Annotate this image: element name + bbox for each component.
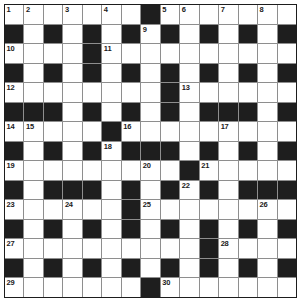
cell-r14c0[interactable]: 29 (5, 278, 23, 297)
cell-r4c14[interactable] (278, 83, 296, 102)
black-cell-r9c13 (258, 181, 276, 200)
black-cell-r7c2 (44, 142, 62, 161)
cell-r4c3[interactable] (63, 83, 81, 102)
cell-r8c1[interactable] (24, 161, 42, 180)
cell-r4c0[interactable]: 12 (5, 83, 23, 102)
cell-r5c9[interactable] (180, 103, 198, 122)
cell-r11c11[interactable] (219, 220, 237, 239)
cell-r6c14[interactable] (278, 122, 296, 141)
cell-r0c10[interactable] (200, 5, 218, 24)
cell-r3c3[interactable] (63, 64, 81, 83)
black-cell-r9c10 (200, 181, 218, 200)
clue-number-21: 21 (201, 161, 209, 170)
black-cell-r7c4 (83, 142, 101, 161)
cell-r2c5[interactable]: 11 (102, 44, 120, 63)
black-cell-r3c14 (278, 64, 296, 83)
cell-r7c3[interactable] (63, 142, 81, 161)
black-cell-r13c12 (239, 259, 257, 278)
cell-r4c7[interactable] (141, 83, 159, 102)
cell-r14c6[interactable] (122, 278, 140, 297)
cell-r12c6[interactable] (122, 239, 140, 258)
cell-r13c9[interactable] (180, 259, 198, 278)
clue-number-7: 7 (221, 5, 225, 14)
cell-r14c11[interactable] (219, 278, 237, 297)
black-cell-r6c5 (102, 122, 120, 141)
cell-r3c11[interactable] (219, 64, 237, 83)
black-cell-r11c10 (200, 220, 218, 239)
cell-r13c3[interactable] (63, 259, 81, 278)
clue-number-14: 14 (7, 122, 15, 131)
black-cell-r7c8 (161, 142, 179, 161)
clue-number-11: 11 (104, 44, 112, 53)
cell-r14c2[interactable] (44, 278, 62, 297)
black-cell-r5c11 (219, 103, 237, 122)
cell-r1c1[interactable] (24, 25, 42, 44)
cell-r1c11[interactable] (219, 25, 237, 44)
black-cell-r4c8 (161, 83, 179, 102)
cell-r11c5[interactable] (102, 220, 120, 239)
cell-r2c10[interactable] (200, 44, 218, 63)
black-cell-r3c10 (200, 64, 218, 83)
black-cell-r11c8 (161, 220, 179, 239)
black-cell-r3c12 (239, 64, 257, 83)
cell-r11c1[interactable] (24, 220, 42, 239)
black-cell-r7c10 (200, 142, 218, 161)
cell-r14c8[interactable]: 30 (161, 278, 179, 297)
cell-r7c9[interactable] (180, 142, 198, 161)
cell-r10c7[interactable]: 25 (141, 200, 159, 219)
cell-r2c1[interactable] (24, 44, 42, 63)
black-cell-r9c0 (5, 181, 23, 200)
cell-r13c7[interactable] (141, 259, 159, 278)
black-cell-r5c12 (239, 103, 257, 122)
black-cell-r11c0 (5, 220, 23, 239)
cell-r13c11[interactable] (219, 259, 237, 278)
black-cell-r12c10 (200, 239, 218, 258)
black-cell-r1c8 (161, 25, 179, 44)
black-cell-r7c14 (278, 142, 296, 161)
cell-r14c10[interactable] (200, 278, 218, 297)
cell-r13c1[interactable] (24, 259, 42, 278)
cell-r12c3[interactable] (63, 239, 81, 258)
cell-r3c5[interactable] (102, 64, 120, 83)
black-cell-r5c10 (200, 103, 218, 122)
clue-number-29: 29 (7, 278, 15, 287)
cell-r1c3[interactable] (63, 25, 81, 44)
black-cell-r11c6 (122, 220, 140, 239)
cell-r2c13[interactable] (258, 44, 276, 63)
black-cell-r9c8 (161, 181, 179, 200)
black-cell-r1c6 (122, 25, 140, 44)
cell-r3c7[interactable] (141, 64, 159, 83)
cell-r2c11[interactable] (219, 44, 237, 63)
black-cell-r13c8 (161, 259, 179, 278)
cell-r0c13[interactable]: 8 (258, 5, 276, 24)
cell-r3c13[interactable] (258, 64, 276, 83)
cell-r4c4[interactable] (83, 83, 101, 102)
cell-r10c13[interactable]: 26 (258, 200, 276, 219)
cell-r2c14[interactable] (278, 44, 296, 63)
cell-r4c10[interactable] (200, 83, 218, 102)
clue-number-1: 1 (7, 5, 11, 14)
clue-number-26: 26 (260, 200, 268, 209)
black-cell-r13c4 (83, 259, 101, 278)
cell-r4c6[interactable] (122, 83, 140, 102)
black-cell-r7c0 (5, 142, 23, 161)
cell-r4c1[interactable] (24, 83, 42, 102)
black-cell-r5c4 (83, 103, 101, 122)
cell-r0c8[interactable]: 5 (161, 5, 179, 24)
black-cell-r7c6 (122, 142, 140, 161)
black-cell-r11c2 (44, 220, 62, 239)
cell-r8c3[interactable] (63, 161, 81, 180)
black-cell-r11c4 (83, 220, 101, 239)
clue-number-20: 20 (143, 161, 151, 170)
black-cell-r5c2 (44, 103, 62, 122)
cell-r12c4[interactable] (83, 239, 101, 258)
cell-r4c2[interactable] (44, 83, 62, 102)
cell-r6c4[interactable] (83, 122, 101, 141)
cell-r12c14[interactable] (278, 239, 296, 258)
black-cell-r13c10 (200, 259, 218, 278)
cell-r8c2[interactable] (44, 161, 62, 180)
cell-r6c13[interactable] (258, 122, 276, 141)
clue-number-12: 12 (7, 83, 15, 92)
cell-r9c11[interactable] (219, 181, 237, 200)
cell-r10c11[interactable] (219, 200, 237, 219)
cell-r8c12[interactable] (239, 161, 257, 180)
cell-r14c13[interactable] (258, 278, 276, 297)
cell-r2c12[interactable] (239, 44, 257, 63)
black-cell-r5c8 (161, 103, 179, 122)
cell-r10c14[interactable] (278, 200, 296, 219)
cell-r10c5[interactable] (102, 200, 120, 219)
crossword-page: 1234567891011121314151617181920212223242… (0, 0, 300, 303)
black-cell-r13c6 (122, 259, 140, 278)
cell-r12c7[interactable] (141, 239, 159, 258)
cell-r11c9[interactable] (180, 220, 198, 239)
clue-number-16: 16 (123, 122, 131, 131)
cell-r0c5[interactable]: 4 (102, 5, 120, 24)
black-cell-r3c8 (161, 64, 179, 83)
black-cell-r13c14 (278, 259, 296, 278)
cell-r2c7[interactable] (141, 44, 159, 63)
cell-r0c3[interactable]: 3 (63, 5, 81, 24)
black-cell-r2c4 (83, 44, 101, 63)
cell-r5c7[interactable] (141, 103, 159, 122)
cell-r12c5[interactable] (102, 239, 120, 258)
cell-r8c10[interactable]: 21 (200, 161, 218, 180)
black-cell-r9c4 (83, 181, 101, 200)
cell-r2c6[interactable] (122, 44, 140, 63)
cell-r0c4[interactable] (83, 5, 101, 24)
black-cell-r13c2 (44, 259, 62, 278)
cell-r5c5[interactable] (102, 103, 120, 122)
clue-number-27: 27 (7, 239, 15, 248)
cell-r8c7[interactable]: 20 (141, 161, 159, 180)
clue-number-3: 3 (65, 5, 69, 14)
cell-r12c13[interactable] (258, 239, 276, 258)
cell-r10c10[interactable] (200, 200, 218, 219)
cell-r0c11[interactable]: 7 (219, 5, 237, 24)
clue-number-22: 22 (182, 181, 190, 190)
clue-number-4: 4 (104, 5, 108, 14)
cell-r0c2[interactable] (44, 5, 62, 24)
cell-r14c5[interactable] (102, 278, 120, 297)
black-cell-r3c0 (5, 64, 23, 83)
cell-r6c11[interactable]: 17 (219, 122, 237, 141)
cell-r6c6[interactable]: 16 (122, 122, 140, 141)
clue-number-19: 19 (7, 161, 15, 170)
cell-r4c11[interactable] (219, 83, 237, 102)
cell-r6c10[interactable] (200, 122, 218, 141)
cell-r11c3[interactable] (63, 220, 81, 239)
clue-number-24: 24 (65, 200, 73, 209)
black-cell-r5c0 (5, 103, 23, 122)
clue-number-10: 10 (7, 44, 15, 53)
cell-r6c3[interactable] (63, 122, 81, 141)
cell-r10c8[interactable] (161, 200, 179, 219)
cell-r12c11[interactable]: 28 (219, 239, 237, 258)
crossword-grid: 1234567891011121314151617181920212223242… (4, 4, 297, 298)
cell-r3c9[interactable] (180, 64, 198, 83)
cell-r10c9[interactable] (180, 200, 198, 219)
cell-r7c11[interactable] (219, 142, 237, 161)
clue-number-17: 17 (221, 122, 229, 131)
black-cell-r9c14 (278, 181, 296, 200)
black-cell-r13c0 (5, 259, 23, 278)
cell-r4c13[interactable] (258, 83, 276, 102)
cell-r3c1[interactable] (24, 64, 42, 83)
black-cell-r5c14 (278, 103, 296, 122)
cell-r10c4[interactable] (83, 200, 101, 219)
black-cell-r1c14 (278, 25, 296, 44)
cell-r14c14[interactable] (278, 278, 296, 297)
black-cell-r8c9 (180, 161, 198, 180)
cell-r9c1[interactable] (24, 181, 42, 200)
cell-r0c1[interactable]: 2 (24, 5, 42, 24)
cell-r11c13[interactable] (258, 220, 276, 239)
cell-r14c9[interactable] (180, 278, 198, 297)
cell-r2c9[interactable] (180, 44, 198, 63)
black-cell-r1c10 (200, 25, 218, 44)
black-cell-r9c12 (239, 181, 257, 200)
clue-number-6: 6 (182, 5, 186, 14)
cell-r1c13[interactable] (258, 25, 276, 44)
cell-r8c14[interactable] (278, 161, 296, 180)
cell-r0c0[interactable]: 1 (5, 5, 23, 24)
black-cell-r9c2 (44, 181, 62, 200)
cell-r0c12[interactable] (239, 5, 257, 24)
black-cell-r1c2 (44, 25, 62, 44)
cell-r4c9[interactable]: 13 (180, 83, 198, 102)
clue-number-25: 25 (143, 200, 151, 209)
cell-r6c7[interactable] (141, 122, 159, 141)
cell-r6c1[interactable]: 15 (24, 122, 42, 141)
cell-r10c2[interactable] (44, 200, 62, 219)
cell-r14c3[interactable] (63, 278, 81, 297)
black-cell-r11c14 (278, 220, 296, 239)
black-cell-r10c6 (122, 200, 140, 219)
clue-number-5: 5 (162, 5, 166, 14)
cell-r13c13[interactable] (258, 259, 276, 278)
cell-r2c0[interactable]: 10 (5, 44, 23, 63)
cell-r8c0[interactable]: 19 (5, 161, 23, 180)
cell-r8c4[interactable] (83, 161, 101, 180)
black-cell-r7c7 (141, 142, 159, 161)
cell-r10c1[interactable] (24, 200, 42, 219)
cell-r12c9[interactable] (180, 239, 198, 258)
cell-r7c1[interactable] (24, 142, 42, 161)
cell-r4c5[interactable] (102, 83, 120, 102)
black-cell-r3c6 (122, 64, 140, 83)
cell-r14c4[interactable] (83, 278, 101, 297)
black-cell-r7c12 (239, 142, 257, 161)
cell-r7c13[interactable] (258, 142, 276, 161)
clue-number-28: 28 (221, 239, 229, 248)
black-cell-r1c4 (83, 25, 101, 44)
cell-r4c12[interactable] (239, 83, 257, 102)
clue-number-2: 2 (26, 5, 30, 14)
cell-r0c9[interactable]: 6 (180, 5, 198, 24)
clue-number-8: 8 (260, 5, 264, 14)
black-cell-r5c6 (122, 103, 140, 122)
cell-r12c12[interactable] (239, 239, 257, 258)
cell-r7c5[interactable]: 18 (102, 142, 120, 161)
cell-r9c7[interactable] (141, 181, 159, 200)
cell-r6c9[interactable] (180, 122, 198, 141)
clue-number-15: 15 (26, 122, 34, 131)
cell-r10c3[interactable]: 24 (63, 200, 81, 219)
cell-r5c3[interactable] (63, 103, 81, 122)
cell-r9c9[interactable]: 22 (180, 181, 198, 200)
cell-r8c6[interactable] (122, 161, 140, 180)
black-cell-r3c2 (44, 64, 62, 83)
black-cell-r9c3 (63, 181, 81, 200)
cell-r8c13[interactable] (258, 161, 276, 180)
cell-r6c12[interactable] (239, 122, 257, 141)
black-cell-r5c1 (24, 103, 42, 122)
cell-r0c6[interactable] (122, 5, 140, 24)
cell-r6c0[interactable]: 14 (5, 122, 23, 141)
cell-r8c5[interactable] (102, 161, 120, 180)
cell-r0c14[interactable] (278, 5, 296, 24)
cell-r1c5[interactable] (102, 25, 120, 44)
cell-r8c8[interactable] (161, 161, 179, 180)
black-cell-r14c7 (141, 278, 159, 297)
cell-r12c2[interactable] (44, 239, 62, 258)
black-cell-r1c12 (239, 25, 257, 44)
clue-number-9: 9 (143, 25, 147, 34)
cell-r11c7[interactable] (141, 220, 159, 239)
cell-r12c1[interactable] (24, 239, 42, 258)
black-cell-r11c12 (239, 220, 257, 239)
cell-r12c8[interactable] (161, 239, 179, 258)
cell-r8c11[interactable] (219, 161, 237, 180)
cell-r14c12[interactable] (239, 278, 257, 297)
cell-r2c3[interactable] (63, 44, 81, 63)
clue-number-13: 13 (182, 83, 190, 92)
black-cell-r0c7 (141, 5, 159, 24)
cell-r13c5[interactable] (102, 259, 120, 278)
clue-number-30: 30 (162, 278, 170, 287)
black-cell-r9c6 (122, 181, 140, 200)
clue-number-18: 18 (104, 142, 112, 151)
cell-r9c5[interactable] (102, 181, 120, 200)
cell-r14c1[interactable] (24, 278, 42, 297)
cell-r10c0[interactable]: 23 (5, 200, 23, 219)
cell-r6c2[interactable] (44, 122, 62, 141)
cell-r12c0[interactable]: 27 (5, 239, 23, 258)
black-cell-r1c0 (5, 25, 23, 44)
cell-r10c12[interactable] (239, 200, 257, 219)
clue-number-23: 23 (7, 200, 15, 209)
black-cell-r3c4 (83, 64, 101, 83)
cell-r1c9[interactable] (180, 25, 198, 44)
cell-r5c13[interactable] (258, 103, 276, 122)
cell-r6c8[interactable] (161, 122, 179, 141)
cell-r2c2[interactable] (44, 44, 62, 63)
cell-r2c8[interactable] (161, 44, 179, 63)
cell-r1c7[interactable]: 9 (141, 25, 159, 44)
